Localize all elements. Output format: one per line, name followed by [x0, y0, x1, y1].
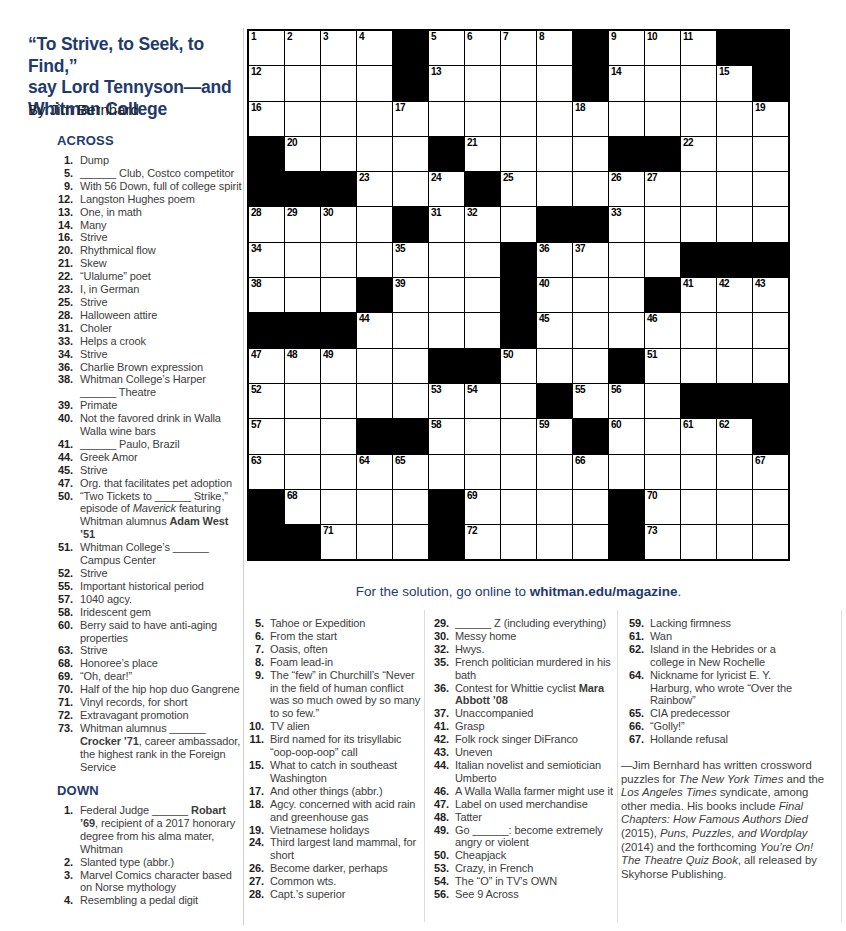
grid-cell[interactable] [357, 525, 392, 559]
grid-cell[interactable] [285, 455, 320, 489]
clue-down-15: 15.What to catch in southeast Washington [245, 759, 427, 785]
grid-cell[interactable] [285, 66, 320, 100]
grid-cell[interactable] [537, 102, 572, 136]
clue-across-45: 45.Strive [28, 464, 244, 477]
grid-cell[interactable]: 31 [429, 207, 464, 241]
clue-number: 5. [28, 167, 80, 180]
grid-cell[interactable] [393, 349, 428, 383]
grid-cell-black [249, 137, 284, 171]
clue-across-21: 21.Skew [28, 257, 244, 270]
grid-cell[interactable]: 61 [681, 419, 716, 453]
clue-number: 1. [28, 804, 80, 817]
grid-cell[interactable] [573, 137, 608, 171]
cell-number: 26 [611, 172, 621, 183]
clue-text: Label on used merchandise [455, 798, 588, 811]
grid-cell[interactable] [429, 243, 464, 277]
cell-number: 56 [611, 384, 621, 395]
clue-down-37: 37.Unaccompanied [427, 707, 619, 720]
down-clue-list-2: 5.Tahoe or Expedition6.From the start7.O… [245, 617, 427, 901]
grid-cell[interactable]: 36 [537, 243, 572, 277]
clue-text: Tahoe or Expedition [270, 617, 365, 630]
grid-cell[interactable]: 37 [573, 243, 608, 277]
grid-cell[interactable] [465, 455, 500, 489]
grid-cell[interactable] [645, 66, 680, 100]
grid-cell[interactable] [681, 455, 716, 489]
grid-cell[interactable] [429, 102, 464, 136]
grid-cell[interactable] [753, 207, 788, 241]
grid-cell[interactable]: 73 [645, 525, 680, 559]
grid-cell[interactable] [573, 490, 608, 524]
clue-number: 29. [427, 617, 455, 630]
clue-number: 36. [427, 682, 455, 695]
grid-cell[interactable]: 3 [321, 31, 356, 65]
grid-cell[interactable] [717, 349, 752, 383]
clue-text: Hwys. [455, 643, 484, 656]
grid-cell[interactable] [357, 66, 392, 100]
grid-cell-black [681, 384, 716, 418]
clue-number: 33. [28, 335, 80, 348]
grid-cell[interactable]: 59 [537, 419, 572, 453]
grid-cell[interactable] [321, 278, 356, 312]
grid-cell[interactable]: 25 [501, 172, 536, 206]
grid-cell[interactable]: 13 [429, 66, 464, 100]
grid-cell[interactable]: 10 [645, 31, 680, 65]
grid-cell[interactable]: 70 [645, 490, 680, 524]
grid-cell[interactable] [357, 384, 392, 418]
clue-number: 2. [28, 856, 80, 869]
grid-cell[interactable]: 44 [357, 313, 392, 347]
clue-text: Not the favored drink in Walla Walla win… [80, 412, 242, 438]
clue-number: 39. [28, 399, 80, 412]
grid-cell[interactable]: 4 [357, 31, 392, 65]
grid-cell[interactable]: 35 [393, 243, 428, 277]
grid-cell[interactable]: 32 [465, 207, 500, 241]
grid-cell[interactable] [537, 455, 572, 489]
column-rule [424, 610, 425, 922]
clue-across-69: 69.“Oh, dear!” [28, 670, 244, 683]
grid-cell[interactable] [717, 102, 752, 136]
grid-cell[interactable] [393, 490, 428, 524]
byline: By Jim Bernhard [28, 101, 139, 118]
grid-cell[interactable]: 15 [717, 66, 752, 100]
grid-cell[interactable] [717, 207, 752, 241]
grid-cell[interactable]: 30 [321, 207, 356, 241]
grid-cell-black [393, 207, 428, 241]
cell-number: 14 [611, 66, 621, 77]
grid-cell[interactable] [537, 137, 572, 171]
cell-number: 45 [539, 313, 549, 324]
grid-cell[interactable]: 28 [249, 207, 284, 241]
cell-number: 47 [251, 349, 261, 360]
solution-url[interactable]: whitman.edu/magazine [530, 584, 678, 599]
grid-cell[interactable] [357, 102, 392, 136]
grid-cell[interactable] [573, 172, 608, 206]
clue-number: 10. [245, 720, 270, 733]
grid-cell[interactable] [681, 525, 716, 559]
grid-cell[interactable] [501, 455, 536, 489]
author-bio: —Jim Bernhard has written crossword puzz… [621, 759, 826, 881]
grid-cell[interactable]: 52 [249, 384, 284, 418]
grid-cell[interactable] [465, 66, 500, 100]
down-clue-list-4: 59.Lacking firmness61.Wan62.Island in th… [621, 617, 833, 746]
clue-text: What to catch in southeast Washington [270, 759, 425, 785]
clue-across-22: 22.“Ulalume” poet [28, 270, 244, 283]
grid-cell[interactable] [501, 102, 536, 136]
clue-across-50: 50.“Two Tickets to ______ Strike,” episo… [28, 490, 244, 542]
grid-cell[interactable]: 50 [501, 349, 536, 383]
grid-cell[interactable]: 7 [501, 31, 536, 65]
grid-cell[interactable] [285, 278, 320, 312]
grid-cell[interactable]: 69 [465, 490, 500, 524]
grid-cell[interactable] [501, 419, 536, 453]
grid-cell-black [645, 278, 680, 312]
grid-cell-black [753, 243, 788, 277]
grid-cell[interactable] [321, 490, 356, 524]
grid-cell[interactable] [357, 243, 392, 277]
cell-number: 60 [611, 419, 621, 430]
grid-cell[interactable] [393, 137, 428, 171]
grid-cell-black [573, 31, 608, 65]
cell-number: 36 [539, 243, 549, 254]
grid-cell[interactable] [321, 102, 356, 136]
grid-cell[interactable]: 64 [357, 455, 392, 489]
clue-text: TV alien [270, 720, 310, 733]
cell-number: 58 [431, 419, 441, 430]
clue-down-24: 24.Third largest land mammal, for short [245, 836, 427, 862]
grid-cell[interactable] [285, 384, 320, 418]
grid-cell[interactable] [717, 455, 752, 489]
grid-cell[interactable] [285, 102, 320, 136]
grid-cell[interactable]: 48 [285, 349, 320, 383]
grid-cell[interactable]: 60 [609, 419, 644, 453]
grid-cell[interactable] [501, 525, 536, 559]
clue-text: Iridescent gem [80, 606, 151, 619]
grid-cell[interactable] [681, 207, 716, 241]
grid-cell[interactable] [753, 349, 788, 383]
grid-cell[interactable] [501, 137, 536, 171]
cell-number: 38 [251, 278, 261, 289]
grid-cell[interactable]: 57 [249, 419, 284, 453]
grid-cell[interactable]: 62 [717, 419, 752, 453]
grid-cell[interactable] [357, 490, 392, 524]
grid-cell[interactable] [465, 102, 500, 136]
grid-cell[interactable] [501, 384, 536, 418]
grid-cell-black [501, 313, 536, 347]
clue-across-1: 1.Dump [28, 154, 244, 167]
clue-text: Grasp [455, 720, 484, 733]
grid-cell[interactable]: 26 [609, 172, 644, 206]
grid-cell[interactable] [573, 313, 608, 347]
grid-cell-black [753, 384, 788, 418]
grid-cell[interactable]: 17 [393, 102, 428, 136]
cell-number: 23 [359, 172, 369, 183]
grid-cell[interactable]: 12 [249, 66, 284, 100]
grid-cell-black [357, 278, 392, 312]
clue-text: Halloween attire [80, 309, 157, 322]
clue-number: 38. [28, 373, 80, 386]
grid-cell[interactable] [429, 278, 464, 312]
grid-cell[interactable] [645, 243, 680, 277]
grid-cell[interactable]: 33 [609, 207, 644, 241]
clue-down-30: 30.Messy home [427, 630, 619, 643]
grid-cell-black [537, 384, 572, 418]
grid-cell[interactable] [321, 384, 356, 418]
grid-cell[interactable] [753, 525, 788, 559]
grid-cell[interactable]: 43 [753, 278, 788, 312]
grid-cell[interactable] [681, 313, 716, 347]
clue-text: Langston Hughes poem [80, 193, 195, 206]
grid-cell[interactable] [753, 172, 788, 206]
grid-cell[interactable]: 39 [393, 278, 428, 312]
grid-cell[interactable] [573, 278, 608, 312]
grid-cell[interactable]: 24 [429, 172, 464, 206]
grid-cell[interactable] [321, 66, 356, 100]
grid-cell-black [393, 66, 428, 100]
grid-cell[interactable]: 66 [573, 455, 608, 489]
grid-cell[interactable]: 27 [645, 172, 680, 206]
clue-text: Half of the hip hop duo Gangrene [80, 683, 239, 696]
grid-cell[interactable] [393, 172, 428, 206]
clue-across-57: 57.1040 agcy. [28, 593, 244, 606]
grid-cell[interactable] [285, 243, 320, 277]
grid-cell[interactable]: 56 [609, 384, 644, 418]
cell-number: 21 [467, 137, 477, 148]
clue-number: 35. [427, 656, 455, 669]
grid-cell[interactable] [393, 313, 428, 347]
grid-cell-black [537, 207, 572, 241]
clue-number: 40. [28, 412, 80, 425]
clue-number: 61. [621, 630, 650, 643]
grid-cell[interactable] [645, 102, 680, 136]
clue-down-41: 41.Grasp [427, 720, 619, 733]
clue-number: 58. [28, 606, 80, 619]
grid-cell[interactable] [285, 419, 320, 453]
grid-cell[interactable]: 19 [753, 102, 788, 136]
grid-cell[interactable] [609, 313, 644, 347]
grid-cell[interactable] [609, 243, 644, 277]
grid-cell[interactable] [609, 455, 644, 489]
clue-number: 9. [245, 669, 270, 682]
grid-cell[interactable] [429, 455, 464, 489]
grid-cell[interactable] [681, 66, 716, 100]
grid-cell[interactable] [321, 455, 356, 489]
grid-cell[interactable]: 49 [321, 349, 356, 383]
grid-cell[interactable]: 1 [249, 31, 284, 65]
grid-cell[interactable] [501, 66, 536, 100]
clue-text: Oasis, often [270, 643, 328, 656]
grid-cell[interactable] [357, 349, 392, 383]
grid-cell[interactable]: 47 [249, 349, 284, 383]
clue-number: 66. [621, 720, 650, 733]
column-rule [617, 610, 618, 922]
grid-cell[interactable] [645, 207, 680, 241]
grid-cell[interactable]: 53 [429, 384, 464, 418]
grid-cell[interactable] [753, 490, 788, 524]
clue-number: 56. [427, 888, 455, 901]
grid-cell[interactable] [717, 172, 752, 206]
clue-number: 50. [28, 490, 80, 503]
grid-cell[interactable]: 14 [609, 66, 644, 100]
cell-number: 1 [251, 31, 256, 42]
clue-number: 25. [28, 296, 80, 309]
grid-cell[interactable] [537, 490, 572, 524]
cell-number: 59 [539, 419, 549, 430]
grid-cell[interactable]: 18 [573, 102, 608, 136]
grid-cell[interactable]: 16 [249, 102, 284, 136]
clue-across-28: 28.Halloween attire [28, 309, 244, 322]
cell-number: 5 [431, 31, 436, 42]
clue-down-62: 62.Island in the Hebrides or a college i… [621, 643, 833, 669]
clue-across-70: 70.Half of the hip hop duo Gangrene [28, 683, 244, 696]
grid-cell[interactable] [357, 137, 392, 171]
grid-cell[interactable]: 58 [429, 419, 464, 453]
cell-number: 63 [251, 455, 261, 466]
clue-text: Org. that facilitates pet adoption [80, 477, 232, 490]
grid-cell[interactable]: 11 [681, 31, 716, 65]
grid-cell[interactable] [609, 278, 644, 312]
clue-number: 21. [28, 257, 80, 270]
cell-number: 32 [467, 207, 477, 218]
grid-cell[interactable]: 40 [537, 278, 572, 312]
grid-cell[interactable]: 6 [465, 31, 500, 65]
grid-cell[interactable]: 65 [393, 455, 428, 489]
across-clue-list: 1.Dump5.______ Club, Costco competitor9.… [28, 154, 244, 774]
down-clue-list-left: 1.Federal Judge ______ Robart ’69, recip… [28, 804, 244, 907]
grid-cell[interactable]: 34 [249, 243, 284, 277]
grid-cell[interactable]: 5 [429, 31, 464, 65]
grid-cell[interactable]: 42 [717, 278, 752, 312]
cell-number: 2 [287, 31, 292, 42]
grid-cell[interactable] [537, 172, 572, 206]
grid-cell[interactable]: 38 [249, 278, 284, 312]
clue-text: I, in German [80, 283, 139, 296]
clue-text: Island in the Hebrides or a college in N… [650, 643, 810, 669]
clue-across-39: 39.Primate [28, 399, 244, 412]
clue-text: Rhythmical flow [80, 244, 156, 257]
grid-cell[interactable] [321, 243, 356, 277]
grid-cell[interactable] [465, 243, 500, 277]
grid-cell[interactable] [681, 349, 716, 383]
grid-cell[interactable] [717, 525, 752, 559]
grid-cell[interactable]: 22 [681, 137, 716, 171]
clue-text: ______ Club, Costco competitor [80, 167, 234, 180]
grid-cell[interactable] [681, 172, 716, 206]
grid-cell[interactable]: 9 [609, 31, 644, 65]
grid-cell[interactable] [753, 313, 788, 347]
grid-cell[interactable] [609, 102, 644, 136]
clue-text: Whitman College’s ______ Campus Center [80, 541, 242, 567]
grid-cell[interactable] [501, 207, 536, 241]
grid-cell[interactable]: 63 [249, 455, 284, 489]
clue-number: 32. [427, 643, 455, 656]
grid-cell[interactable]: 21 [465, 137, 500, 171]
clue-down-64: 64.Nickname for lyricist E. Y. Harburg, … [621, 669, 833, 708]
grid-cell[interactable] [537, 525, 572, 559]
grid-cell[interactable] [645, 384, 680, 418]
grid-cell[interactable] [393, 525, 428, 559]
cell-number: 27 [647, 172, 657, 183]
clue-number: 51. [28, 541, 80, 554]
grid-cell[interactable] [717, 313, 752, 347]
grid-cell-black [249, 172, 284, 206]
grid-cell[interactable] [465, 278, 500, 312]
grid-cell[interactable]: 23 [357, 172, 392, 206]
clue-text: Strive [80, 231, 108, 244]
grid-cell[interactable]: 46 [645, 313, 680, 347]
grid-cell[interactable] [537, 66, 572, 100]
cell-number: 4 [359, 31, 364, 42]
grid-cell[interactable]: 41 [681, 278, 716, 312]
clue-number: 30. [427, 630, 455, 643]
clue-across-47: 47.Org. that facilitates pet adoption [28, 477, 244, 490]
cell-number: 54 [467, 384, 477, 395]
grid-cell[interactable]: 67 [753, 455, 788, 489]
grid-cell-black [249, 313, 284, 347]
grid-cell[interactable] [321, 419, 356, 453]
grid-cell[interactable] [393, 384, 428, 418]
column-rule [243, 28, 244, 925]
grid-cell[interactable] [681, 490, 716, 524]
clue-text: Strive [80, 348, 108, 361]
clue-text: Cheapjack [455, 849, 506, 862]
grid-cell[interactable] [429, 313, 464, 347]
grid-cell[interactable]: 29 [285, 207, 320, 241]
grid-cell[interactable]: 8 [537, 31, 572, 65]
clue-down-36: 36.Contest for Whittie cyclist Mara Abbo… [427, 682, 619, 708]
grid-cell-black [285, 172, 320, 206]
clue-number: 50. [427, 849, 455, 862]
grid-cell[interactable]: 72 [465, 525, 500, 559]
grid-cell[interactable] [357, 207, 392, 241]
clue-down-43: 43.Uneven [427, 746, 619, 759]
grid-cell[interactable]: 71 [321, 525, 356, 559]
clue-text: See 9 Across [455, 888, 519, 901]
grid-cell[interactable]: 2 [285, 31, 320, 65]
grid-cell[interactable] [501, 490, 536, 524]
grid-cell[interactable] [717, 490, 752, 524]
grid-cell[interactable]: 68 [285, 490, 320, 524]
clue-across-12: 12.Langston Hughes poem [28, 193, 244, 206]
grid-cell[interactable] [321, 137, 356, 171]
grid-cell[interactable] [645, 455, 680, 489]
clue-number: 19. [245, 824, 270, 837]
grid-cell[interactable] [573, 525, 608, 559]
grid-cell[interactable]: 45 [537, 313, 572, 347]
cell-number: 65 [395, 455, 405, 466]
clue-text: Helps a crook [80, 335, 146, 348]
cell-number: 16 [251, 102, 261, 113]
clue-down-5: 5.Tahoe or Expedition [245, 617, 427, 630]
grid-cell[interactable] [753, 137, 788, 171]
clue-down-49: 49.Go ______: become extremely angry or … [427, 824, 619, 850]
clue-text: 1040 agcy. [80, 593, 132, 606]
grid-cell[interactable] [465, 313, 500, 347]
clue-number: 15. [245, 759, 270, 772]
grid-cell[interactable] [645, 419, 680, 453]
grid-cell[interactable]: 51 [645, 349, 680, 383]
grid-cell[interactable] [573, 349, 608, 383]
grid-cell[interactable] [717, 137, 752, 171]
grid-cell[interactable] [681, 102, 716, 136]
clue-across-52: 52.Strive [28, 567, 244, 580]
down-clue-column-4: 59.Lacking firmness61.Wan62.Island in th… [621, 617, 833, 881]
grid-cell[interactable] [465, 419, 500, 453]
grid-cell[interactable] [537, 349, 572, 383]
grid-cell[interactable]: 54 [465, 384, 500, 418]
grid-cell[interactable]: 55 [573, 384, 608, 418]
grid-cell[interactable]: 20 [285, 137, 320, 171]
cell-number: 57 [251, 419, 261, 430]
